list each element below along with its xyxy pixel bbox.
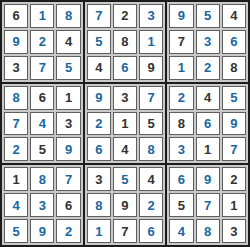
cell-r1c3[interactable]: 8	[56, 4, 80, 28]
cell-r8c9[interactable]: 1	[222, 193, 246, 217]
cell-r1c9[interactable]: 4	[222, 4, 246, 28]
cell-r6c2[interactable]: 5	[30, 137, 54, 161]
cell-r4c8[interactable]: 4	[196, 86, 220, 110]
sudoku-box-8: 354892176	[85, 165, 166, 245]
cell-r4c7[interactable]: 2	[169, 86, 193, 110]
cell-r2c8[interactable]: 3	[196, 30, 220, 54]
sudoku-box-7: 187436592	[2, 165, 83, 245]
cell-r6c3[interactable]: 9	[56, 137, 80, 161]
cell-r2c1[interactable]: 9	[4, 30, 28, 54]
cell-r8c2[interactable]: 3	[30, 193, 54, 217]
cell-r5c2[interactable]: 4	[30, 112, 54, 136]
cell-r7c1[interactable]: 1	[4, 167, 28, 191]
cell-r9c5[interactable]: 7	[113, 219, 137, 243]
cell-r1c7[interactable]: 9	[169, 4, 193, 28]
cell-r5c1[interactable]: 7	[4, 112, 28, 136]
cell-r9c3[interactable]: 2	[56, 219, 80, 243]
cell-r2c5[interactable]: 8	[113, 30, 137, 54]
cell-r7c7[interactable]: 6	[169, 167, 193, 191]
cell-r9c4[interactable]: 1	[87, 219, 111, 243]
cell-r8c7[interactable]: 5	[169, 193, 193, 217]
cell-r4c2[interactable]: 6	[30, 86, 54, 110]
cell-r5c3[interactable]: 3	[56, 112, 80, 136]
cell-r7c6[interactable]: 4	[139, 167, 163, 191]
cell-r8c1[interactable]: 4	[4, 193, 28, 217]
cell-r3c5[interactable]: 6	[113, 56, 137, 80]
sudoku-box-3: 954736128	[167, 2, 248, 82]
cell-r3c9[interactable]: 8	[222, 56, 246, 80]
sudoku-box-2: 723581469	[85, 2, 166, 82]
cell-r5c7[interactable]: 8	[169, 112, 193, 136]
cell-r9c7[interactable]: 4	[169, 219, 193, 243]
cell-r1c8[interactable]: 5	[196, 4, 220, 28]
sudoku-box-4: 861743259	[2, 84, 83, 164]
cell-r2c9[interactable]: 6	[222, 30, 246, 54]
cell-r6c7[interactable]: 3	[169, 137, 193, 161]
cell-r1c6[interactable]: 3	[139, 4, 163, 28]
cell-r2c4[interactable]: 5	[87, 30, 111, 54]
sudoku-box-1: 618924375	[2, 2, 83, 82]
cell-r2c7[interactable]: 7	[169, 30, 193, 54]
cell-r1c4[interactable]: 7	[87, 4, 111, 28]
cell-r5c9[interactable]: 9	[222, 112, 246, 136]
cell-r1c1[interactable]: 6	[4, 4, 28, 28]
cell-r8c4[interactable]: 8	[87, 193, 111, 217]
cell-r7c8[interactable]: 9	[196, 167, 220, 191]
cell-r2c2[interactable]: 2	[30, 30, 54, 54]
cell-r7c9[interactable]: 2	[222, 167, 246, 191]
cell-r6c8[interactable]: 1	[196, 137, 220, 161]
cell-r1c5[interactable]: 2	[113, 4, 137, 28]
cell-r7c2[interactable]: 8	[30, 167, 54, 191]
cell-r6c1[interactable]: 2	[4, 137, 28, 161]
sudoku-box-9: 692571483	[167, 165, 248, 245]
sudoku-box-5: 937215648	[85, 84, 166, 164]
cell-r5c8[interactable]: 6	[196, 112, 220, 136]
cell-r5c6[interactable]: 5	[139, 112, 163, 136]
cell-r3c3[interactable]: 5	[56, 56, 80, 80]
cell-r2c3[interactable]: 4	[56, 30, 80, 54]
cell-r4c6[interactable]: 7	[139, 86, 163, 110]
cell-r6c4[interactable]: 6	[87, 137, 111, 161]
cell-r2c6[interactable]: 1	[139, 30, 163, 54]
cell-r6c5[interactable]: 4	[113, 137, 137, 161]
cell-r3c7[interactable]: 1	[169, 56, 193, 80]
cell-r6c9[interactable]: 7	[222, 137, 246, 161]
cell-r8c8[interactable]: 7	[196, 193, 220, 217]
cell-r4c1[interactable]: 8	[4, 86, 28, 110]
cell-r9c2[interactable]: 9	[30, 219, 54, 243]
cell-r4c3[interactable]: 1	[56, 86, 80, 110]
cell-r4c9[interactable]: 5	[222, 86, 246, 110]
cell-r9c9[interactable]: 3	[222, 219, 246, 243]
cell-r9c6[interactable]: 6	[139, 219, 163, 243]
cell-r4c5[interactable]: 3	[113, 86, 137, 110]
cell-r3c2[interactable]: 7	[30, 56, 54, 80]
cell-r5c5[interactable]: 1	[113, 112, 137, 136]
cell-r7c4[interactable]: 3	[87, 167, 111, 191]
cell-r3c1[interactable]: 3	[4, 56, 28, 80]
cell-r3c6[interactable]: 9	[139, 56, 163, 80]
cell-r8c3[interactable]: 6	[56, 193, 80, 217]
sudoku-board: 6189243757235814699547361288617432599372…	[0, 0, 250, 247]
cell-r3c4[interactable]: 4	[87, 56, 111, 80]
cell-r4c4[interactable]: 9	[87, 86, 111, 110]
cell-r1c2[interactable]: 1	[30, 4, 54, 28]
cell-r7c5[interactable]: 5	[113, 167, 137, 191]
cell-r9c8[interactable]: 8	[196, 219, 220, 243]
cell-r9c1[interactable]: 5	[4, 219, 28, 243]
cell-r7c3[interactable]: 7	[56, 167, 80, 191]
cell-r8c6[interactable]: 2	[139, 193, 163, 217]
cell-r5c4[interactable]: 2	[87, 112, 111, 136]
cell-r6c6[interactable]: 8	[139, 137, 163, 161]
cell-r8c5[interactable]: 9	[113, 193, 137, 217]
sudoku-box-6: 245869317	[167, 84, 248, 164]
cell-r3c8[interactable]: 2	[196, 56, 220, 80]
